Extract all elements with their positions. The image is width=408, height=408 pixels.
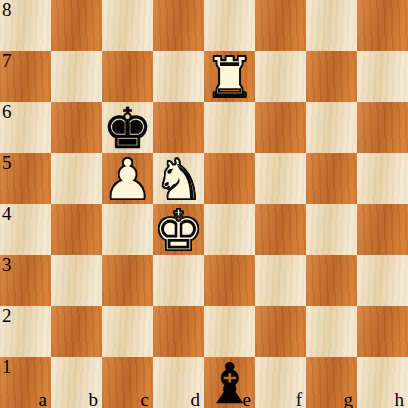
square-d7[interactable] (153, 51, 204, 102)
square-h7[interactable] (357, 51, 408, 102)
square-g2[interactable] (306, 306, 357, 357)
square-e3[interactable] (204, 255, 255, 306)
piece-white-king[interactable]: ♚ (153, 205, 204, 256)
square-d1[interactable]: d (153, 357, 204, 408)
square-a1[interactable]: 1a (0, 357, 51, 408)
square-g4[interactable] (306, 204, 357, 255)
rank-label-5: 5 (2, 153, 12, 173)
rank-label-2: 2 (2, 306, 12, 326)
square-c1[interactable]: c (102, 357, 153, 408)
square-a2[interactable]: 2 (0, 306, 51, 357)
square-f7[interactable] (255, 51, 306, 102)
square-g1[interactable]: g (306, 357, 357, 408)
square-e7[interactable]: ♜ (204, 51, 255, 102)
square-c6[interactable]: ♚ (102, 102, 153, 153)
square-d5[interactable]: ♞ (153, 153, 204, 204)
square-h8[interactable] (357, 0, 408, 51)
square-f8[interactable] (255, 0, 306, 51)
square-g3[interactable] (306, 255, 357, 306)
square-b1[interactable]: b (51, 357, 102, 408)
rank-label-6: 6 (2, 102, 12, 122)
square-a6[interactable]: 6 (0, 102, 51, 153)
square-g5[interactable] (306, 153, 357, 204)
file-label-f: f (296, 390, 302, 408)
square-f1[interactable]: f (255, 357, 306, 408)
square-h3[interactable] (357, 255, 408, 306)
square-g8[interactable] (306, 0, 357, 51)
file-label-c: c (141, 390, 149, 408)
square-e1[interactable]: e♝ (204, 357, 255, 408)
square-e6[interactable] (204, 102, 255, 153)
square-d8[interactable] (153, 0, 204, 51)
square-f3[interactable] (255, 255, 306, 306)
square-b7[interactable] (51, 51, 102, 102)
square-h1[interactable]: h (357, 357, 408, 408)
square-a7[interactable]: 7 (0, 51, 51, 102)
square-a3[interactable]: 3 (0, 255, 51, 306)
file-label-e: e (243, 390, 251, 408)
square-d3[interactable] (153, 255, 204, 306)
rank-label-3: 3 (2, 255, 12, 275)
rank-label-8: 8 (2, 0, 12, 20)
square-h5[interactable] (357, 153, 408, 204)
file-label-d: d (191, 390, 201, 408)
square-c3[interactable] (102, 255, 153, 306)
square-f6[interactable] (255, 102, 306, 153)
file-label-h: h (395, 390, 405, 408)
square-e2[interactable] (204, 306, 255, 357)
square-g6[interactable] (306, 102, 357, 153)
square-e4[interactable] (204, 204, 255, 255)
square-h2[interactable] (357, 306, 408, 357)
square-c5[interactable]: ♟ (102, 153, 153, 204)
square-h6[interactable] (357, 102, 408, 153)
square-e8[interactable] (204, 0, 255, 51)
square-g7[interactable] (306, 51, 357, 102)
piece-white-pawn[interactable]: ♟ (102, 154, 153, 205)
square-d4[interactable]: ♚ (153, 204, 204, 255)
file-label-a: a (39, 390, 47, 408)
square-b3[interactable] (51, 255, 102, 306)
square-f4[interactable] (255, 204, 306, 255)
file-label-g: g (344, 390, 354, 408)
chess-board: 87♜6♚5♟♞4♚321abcde♝fgh (0, 0, 408, 408)
rank-label-1: 1 (2, 357, 12, 377)
square-c2[interactable] (102, 306, 153, 357)
square-c8[interactable] (102, 0, 153, 51)
square-a5[interactable]: 5 (0, 153, 51, 204)
square-a8[interactable]: 8 (0, 0, 51, 51)
square-b6[interactable] (51, 102, 102, 153)
square-f2[interactable] (255, 306, 306, 357)
square-c4[interactable] (102, 204, 153, 255)
square-d6[interactable] (153, 102, 204, 153)
rank-label-7: 7 (2, 51, 12, 71)
square-f5[interactable] (255, 153, 306, 204)
square-b2[interactable] (51, 306, 102, 357)
square-d2[interactable] (153, 306, 204, 357)
rank-label-4: 4 (2, 204, 12, 224)
piece-white-rook[interactable]: ♜ (204, 52, 255, 103)
square-h4[interactable] (357, 204, 408, 255)
file-label-b: b (89, 390, 99, 408)
square-c7[interactable] (102, 51, 153, 102)
square-b5[interactable] (51, 153, 102, 204)
square-b8[interactable] (51, 0, 102, 51)
square-b4[interactable] (51, 204, 102, 255)
square-a4[interactable]: 4 (0, 204, 51, 255)
square-e5[interactable] (204, 153, 255, 204)
